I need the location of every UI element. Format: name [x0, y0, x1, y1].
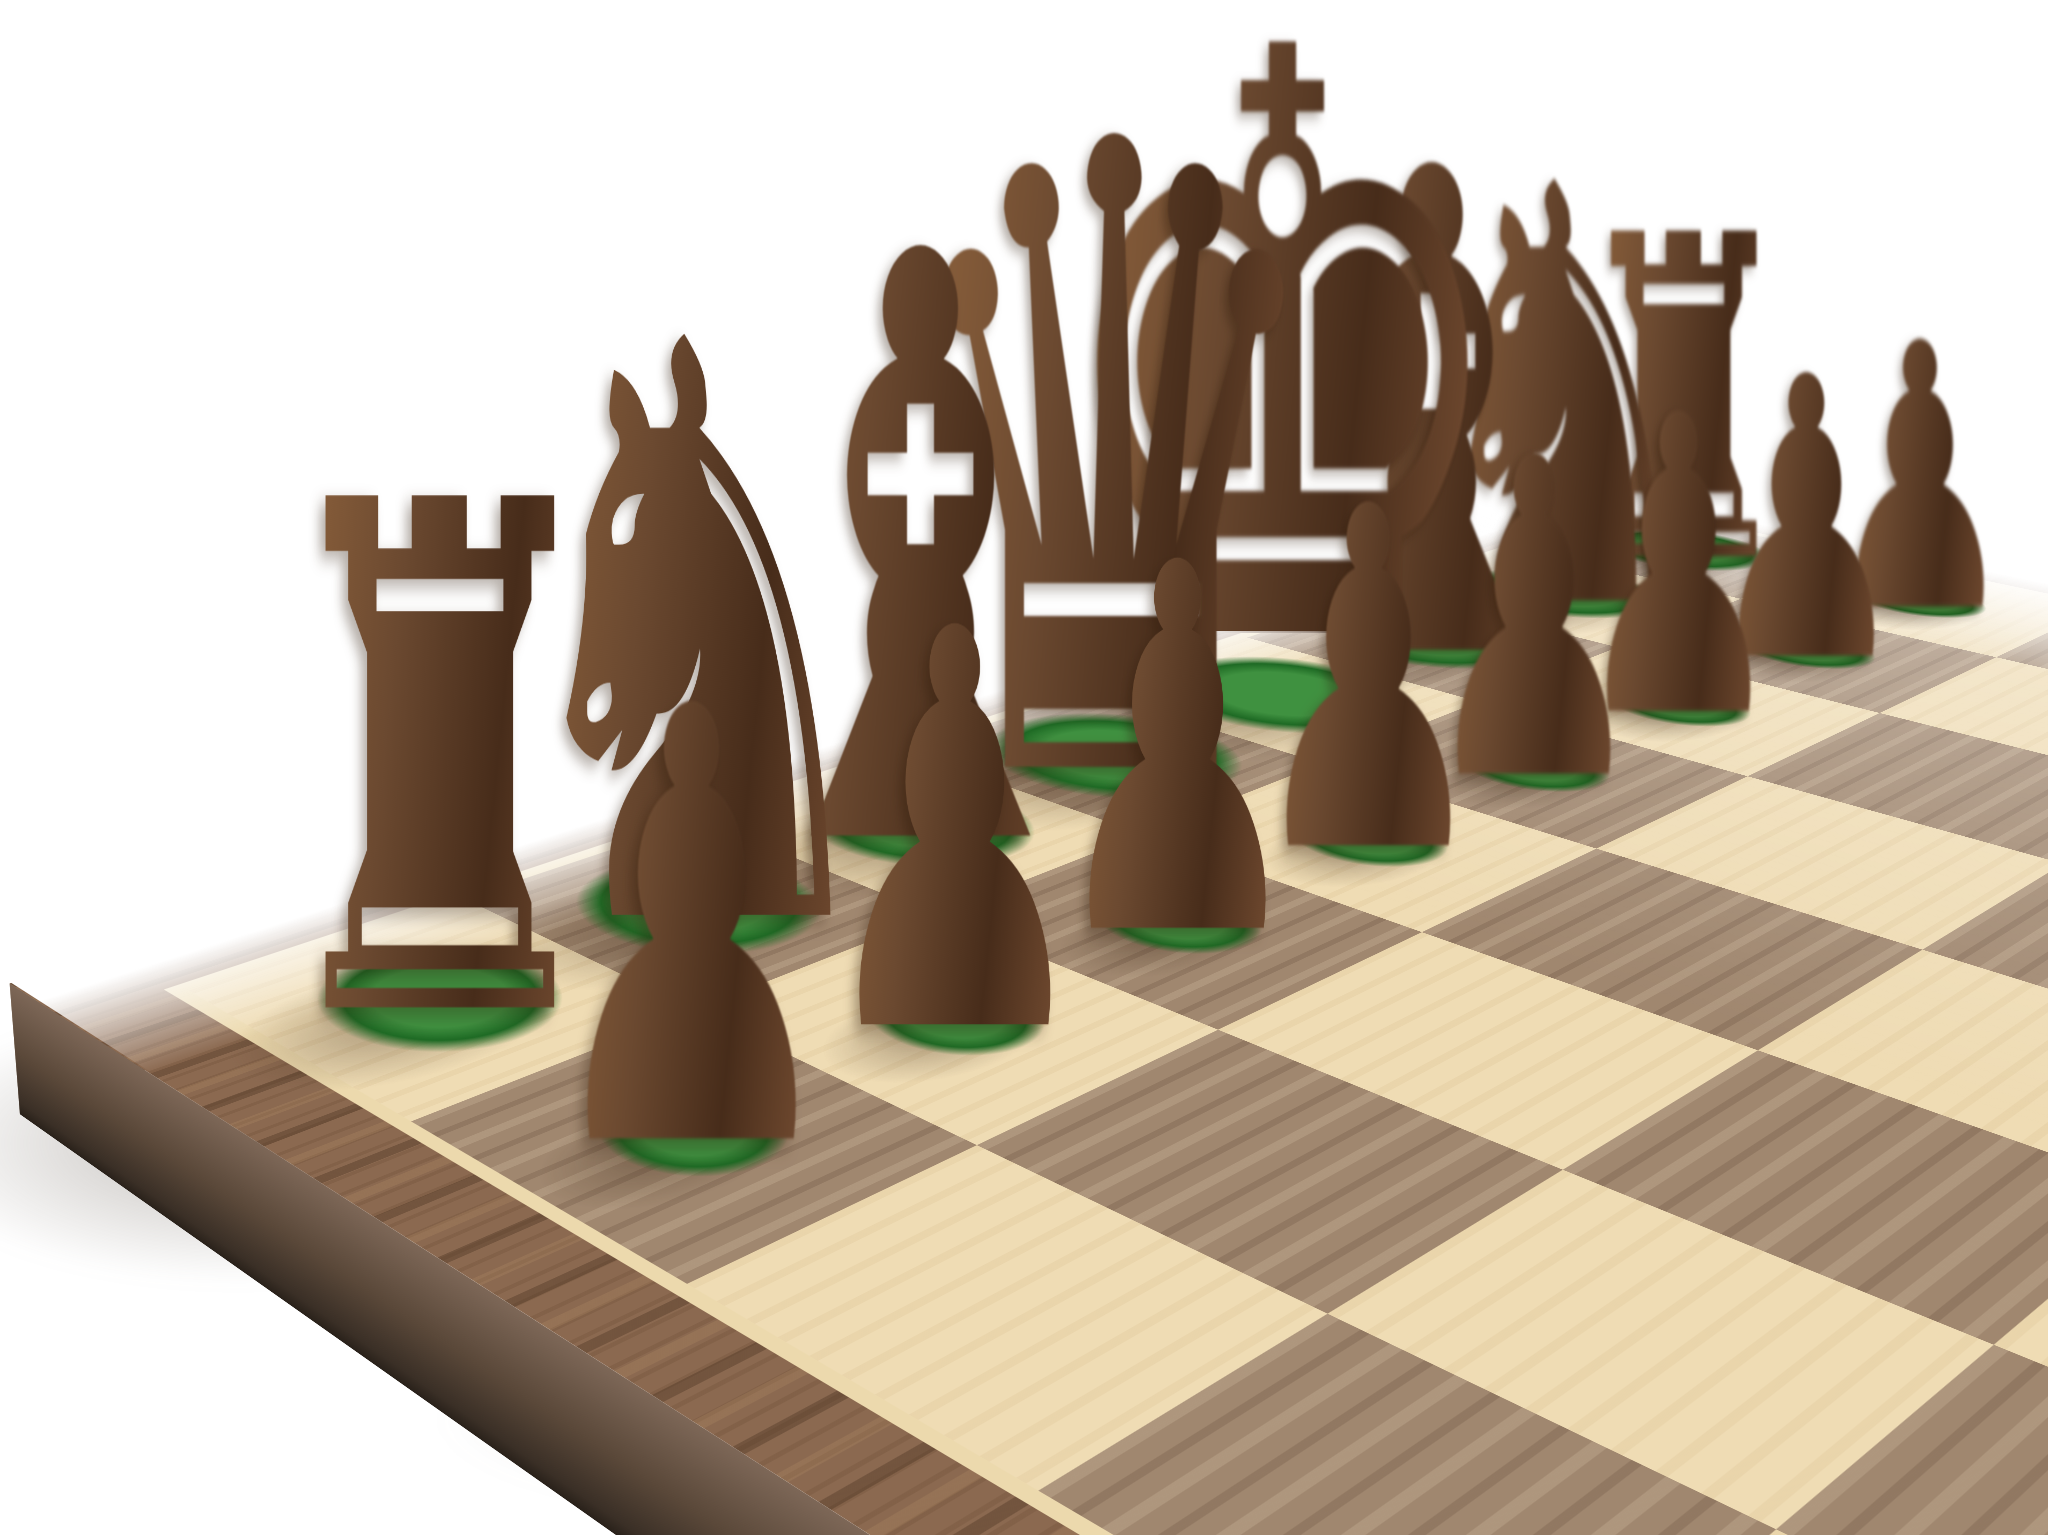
- square-a5: [1038, 1314, 1776, 1535]
- chessboard: ♜♞♝♛♚♝♞♜♟♟♟♟♟♟♟♟: [10, 481, 2048, 1535]
- square-b4: [1776, 1345, 2048, 1535]
- chess-photo-scene: ♜♞♝♛♚♝♞♜♟♟♟♟♟♟♟♟: [0, 0, 2048, 1535]
- square-c4: [1994, 1195, 2048, 1535]
